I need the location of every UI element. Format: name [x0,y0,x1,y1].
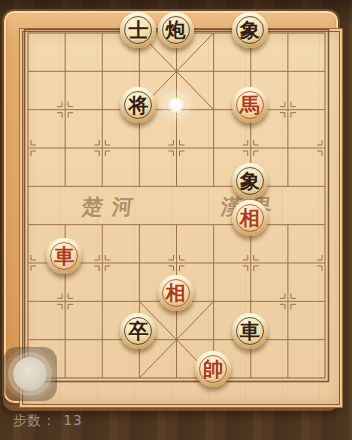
move-count-value: 13 [64,412,83,428]
piece-black-cannon[interactable]: 炮 [158,12,194,48]
piece-red-chariot[interactable]: 車 [46,238,82,274]
assistive-touch-button[interactable] [3,347,57,401]
xiangqi-app-screen: 楚河 漢界 士炮象将馬象相車相卒車帥 步数：13 [0,0,352,440]
piece-character: 相 [166,283,186,303]
piece-character: 士 [128,20,148,40]
piece-character: 将 [128,95,148,115]
assistive-touch-circle-icon [13,357,47,391]
piece-character: 車 [240,321,260,341]
piece-character: 卒 [128,321,148,341]
piece-black-pawn[interactable]: 卒 [120,313,156,349]
piece-black-general[interactable]: 将 [120,87,156,123]
piece-red-general[interactable]: 帥 [195,351,231,387]
piece-black-advisor[interactable]: 士 [120,12,156,48]
piece-red-elephant[interactable]: 相 [232,200,268,236]
piece-character: 炮 [166,20,186,40]
piece-red-horse[interactable]: 馬 [232,87,268,123]
piece-black-chariot[interactable]: 車 [232,313,268,349]
move-count-label: 步数： [13,412,57,428]
piece-black-elephant[interactable]: 象 [232,12,268,48]
status-bar: 步数：13 [13,409,83,431]
piece-black-elephant[interactable]: 象 [232,163,268,199]
piece-character: 馬 [240,95,260,115]
last-move-highlight-dot [166,95,186,115]
piece-character: 帥 [203,359,223,379]
piece-character: 象 [240,20,260,40]
piece-character: 相 [240,208,260,228]
piece-red-elephant[interactable]: 相 [158,275,194,311]
piece-character: 車 [54,246,74,266]
piece-character: 象 [240,171,260,191]
